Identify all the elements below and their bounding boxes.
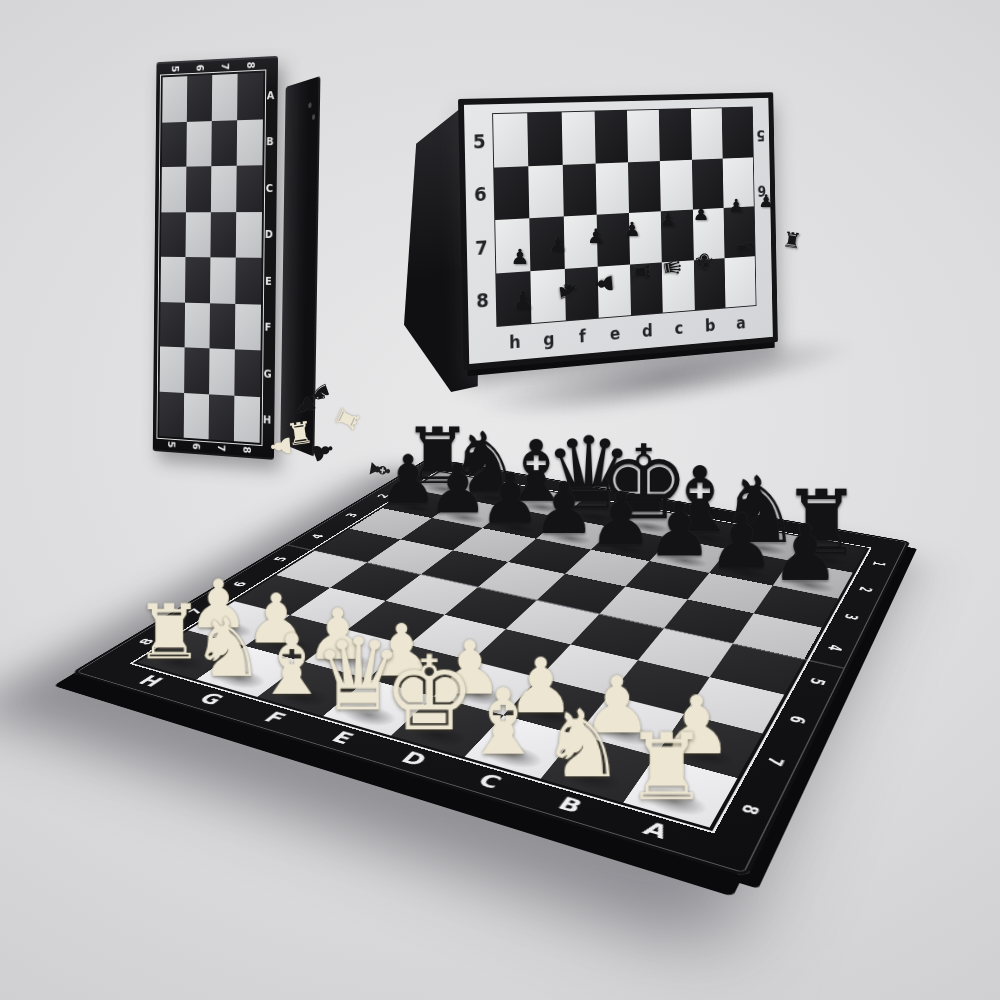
- square: [187, 75, 212, 121]
- square: [723, 206, 754, 257]
- square: [691, 158, 723, 209]
- white-knight: ♞: [541, 699, 625, 788]
- rank-number: 6: [193, 54, 206, 81]
- square: [627, 110, 660, 162]
- square: [495, 218, 530, 273]
- square: [185, 302, 210, 348]
- square: [211, 120, 237, 166]
- square: [185, 257, 210, 303]
- square: [186, 166, 211, 212]
- file-letter: D: [262, 211, 277, 258]
- square: [162, 76, 187, 122]
- square: [161, 212, 186, 257]
- square: [628, 161, 661, 213]
- product-photo: 5678 ABCDEFGH 5678 5678 hgfedcba 56 ♟♟♟♟…: [0, 0, 1000, 1000]
- square: [161, 257, 186, 302]
- square: [594, 111, 628, 163]
- rank-number: 6: [753, 162, 771, 218]
- black-pawn: ♟: [771, 517, 841, 591]
- square: [692, 208, 724, 260]
- square: [185, 212, 210, 258]
- rank-number: 7: [466, 220, 496, 275]
- square: [722, 157, 753, 208]
- square: [186, 121, 211, 167]
- white-bishop: ♝: [463, 679, 545, 765]
- square: [211, 166, 237, 212]
- rank-number: 7: [214, 434, 227, 461]
- file-letter: A: [263, 72, 278, 119]
- rank-number: 5: [752, 107, 770, 163]
- rank-number: 6: [189, 433, 202, 460]
- square: [237, 73, 263, 120]
- square: [236, 212, 262, 258]
- black-pawn: ♟: [588, 485, 653, 554]
- file-letter: C: [262, 165, 277, 212]
- hinge-dot: [308, 102, 311, 108]
- square: [236, 165, 262, 211]
- square: [162, 121, 187, 167]
- rank-number: 5: [464, 114, 494, 168]
- rank-number: 6: [752, 699, 843, 740]
- square: [210, 212, 236, 258]
- square: [160, 346, 185, 392]
- square: [160, 302, 185, 348]
- white-rook: ♜: [625, 725, 708, 813]
- black-pawn: ♟: [646, 495, 713, 566]
- square: [184, 347, 209, 394]
- square: [596, 213, 630, 266]
- file-letter: B: [262, 118, 277, 165]
- square: [659, 109, 691, 161]
- square: [563, 215, 597, 269]
- square: [595, 162, 629, 215]
- square: [212, 74, 238, 121]
- square: [237, 119, 263, 166]
- square: [529, 164, 564, 218]
- square: [494, 166, 529, 220]
- main-board: ♜♞♝♛♚♝♞♜♟♟♟♟♟♟♟♟♟♟♟♟♟♟♟♟♜♞♝♛♚♝♞♜ HGFEDCB…: [71, 458, 910, 878]
- square: [161, 167, 186, 212]
- square: [530, 216, 565, 270]
- rank-number: 6: [465, 167, 495, 221]
- square: [691, 108, 723, 159]
- square: [561, 112, 595, 165]
- rank-number: 7: [727, 739, 824, 785]
- rank-number: 5: [169, 56, 182, 83]
- black-rook: ♜: [781, 229, 802, 252]
- black-pawn: ♟: [707, 506, 775, 578]
- square: [629, 211, 662, 264]
- rank-number: 7: [218, 53, 231, 80]
- square: [661, 210, 693, 262]
- main-board-perspective: ♜♞♝♛♚♝♞♜♟♟♟♟♟♟♟♟♟♟♟♟♟♟♟♟♜♞♝♛♚♝♞♜ HGFEDCB…: [227, 290, 847, 910]
- black-pawn: ♟: [532, 475, 596, 543]
- hinge-dot: [312, 114, 315, 120]
- rank-number: 5: [165, 431, 178, 458]
- tent-rank-numbers-rotated: 56: [752, 107, 771, 218]
- closed-board-top-numbers: 5678: [163, 58, 264, 77]
- square: [660, 159, 692, 211]
- square: [562, 163, 596, 216]
- square: [527, 112, 562, 165]
- rank-number: 8: [244, 51, 258, 78]
- square: [493, 113, 528, 167]
- square: [721, 107, 752, 158]
